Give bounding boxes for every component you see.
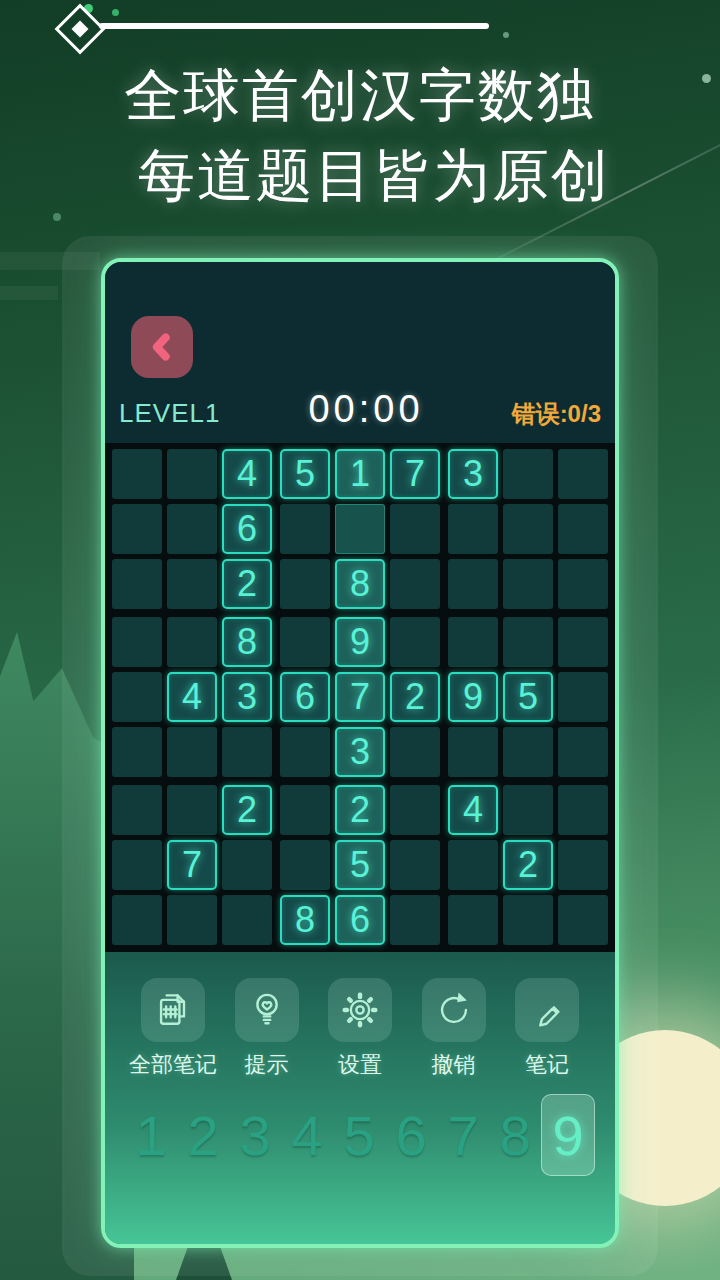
sudoku-grid: 46251783843967239527258642 [112, 449, 608, 945]
sudoku-cell-r6c2[interactable] [167, 727, 217, 777]
sudoku-cell-r7c8[interactable] [503, 785, 553, 835]
sudoku-cell-r3c4[interactable] [280, 559, 330, 609]
settings-label: 设置 [338, 1050, 382, 1080]
sudoku-cell-r3c6[interactable] [390, 559, 440, 609]
sudoku-cell-r6c7[interactable] [448, 727, 498, 777]
game-header: LEVEL1 00:00 错误:0/3 [105, 262, 615, 443]
sudoku-cell-r9c7[interactable] [448, 895, 498, 945]
sudoku-cell-r8c2[interactable]: 7 [167, 840, 217, 890]
sudoku-cell-r7c9[interactable] [558, 785, 608, 835]
keypad-digit-8[interactable]: 8 [489, 1095, 541, 1175]
toolbar: 全部笔记 提示 [105, 952, 615, 1080]
deco-dot [112, 9, 119, 16]
sudoku-cell-r7c7[interactable]: 4 [448, 785, 498, 835]
sudoku-cell-r8c9[interactable] [558, 840, 608, 890]
grid-zone: 46251783843967239527258642 [105, 443, 615, 952]
bg-band [0, 286, 58, 300]
sudoku-cell-r2c7[interactable] [448, 504, 498, 554]
keypad-digit-3[interactable]: 3 [229, 1095, 281, 1175]
sudoku-cell-r1c9[interactable] [558, 449, 608, 499]
sudoku-cell-r1c2[interactable] [167, 449, 217, 499]
sudoku-cell-r2c3[interactable]: 6 [222, 504, 272, 554]
sudoku-cell-r1c3[interactable]: 4 [222, 449, 272, 499]
gear-icon [338, 988, 382, 1032]
notes-grid-icon [151, 988, 195, 1032]
notes-label: 笔记 [525, 1050, 569, 1080]
sudoku-cell-r2c2[interactable] [167, 504, 217, 554]
sudoku-cell-r4c1[interactable] [112, 617, 162, 667]
deco-dot [503, 32, 509, 38]
sudoku-cell-r5c8[interactable]: 5 [503, 672, 553, 722]
sudoku-cell-r5c4[interactable]: 6 [280, 672, 330, 722]
sudoku-block: 96723 [280, 617, 440, 777]
sudoku-block: 462 [112, 449, 272, 609]
sudoku-cell-r6c5[interactable]: 3 [335, 727, 385, 777]
sudoku-cell-r5c7[interactable]: 9 [448, 672, 498, 722]
undo-label: 撤销 [432, 1050, 476, 1080]
keypad-digit-2[interactable]: 2 [177, 1095, 229, 1175]
sudoku-block: 95 [448, 617, 608, 777]
sudoku-cell-r1c1[interactable] [112, 449, 162, 499]
pencil-icon [525, 988, 569, 1032]
sudoku-cell-r9c5[interactable]: 6 [335, 895, 385, 945]
panel-footer: 全部笔记 提示 [105, 952, 615, 1246]
sudoku-cell-r3c3[interactable]: 2 [222, 559, 272, 609]
sudoku-cell-r6c4[interactable] [280, 727, 330, 777]
ornament-line [99, 23, 489, 29]
keypad-digit-7[interactable]: 7 [437, 1095, 489, 1175]
sudoku-block: 843 [112, 617, 272, 777]
all-notes-label: 全部笔记 [129, 1050, 217, 1080]
sudoku-cell-r8c5[interactable]: 5 [335, 840, 385, 890]
sudoku-cell-r3c8[interactable] [503, 559, 553, 609]
app-title-line1: 全球首创汉字数独 [0, 58, 720, 135]
sudoku-cell-r5c3[interactable]: 3 [222, 672, 272, 722]
sudoku-cell-r6c3[interactable] [222, 727, 272, 777]
settings-button[interactable]: 设置 [318, 978, 402, 1080]
level-label: LEVEL1 [119, 398, 220, 429]
sudoku-cell-r3c5[interactable]: 8 [335, 559, 385, 609]
bulb-icon [245, 988, 289, 1032]
sudoku-cell-r2c8[interactable] [503, 504, 553, 554]
game-panel: LEVEL1 00:00 错误:0/3 46251783843967239527… [101, 258, 619, 1248]
sudoku-cell-r6c9[interactable] [558, 727, 608, 777]
undo-arrow-icon [432, 988, 476, 1032]
hint-button[interactable]: 提示 [225, 978, 309, 1080]
sudoku-cell-r4c3[interactable]: 8 [222, 617, 272, 667]
sudoku-block: 42 [448, 785, 608, 945]
sudoku-cell-r6c6[interactable] [390, 727, 440, 777]
sudoku-cell-r7c5[interactable]: 2 [335, 785, 385, 835]
sudoku-cell-r2c5[interactable] [335, 504, 385, 554]
sudoku-cell-r9c4[interactable]: 8 [280, 895, 330, 945]
sudoku-cell-r3c9[interactable] [558, 559, 608, 609]
sudoku-cell-r5c9[interactable] [558, 672, 608, 722]
notes-button[interactable]: 笔记 [505, 978, 589, 1080]
sudoku-cell-r3c1[interactable] [112, 559, 162, 609]
sudoku-cell-r1c5[interactable]: 1 [335, 449, 385, 499]
sudoku-cell-r4c2[interactable] [167, 617, 217, 667]
sudoku-cell-r5c1[interactable] [112, 672, 162, 722]
sudoku-cell-r7c6[interactable] [390, 785, 440, 835]
sudoku-cell-r5c2[interactable]: 4 [167, 672, 217, 722]
keypad-digit-6[interactable]: 6 [385, 1095, 437, 1175]
app-screen: 全球首创汉字数独 每道题目皆为原创 LEVEL1 00:00 错误:0/3 46… [0, 0, 720, 1280]
sudoku-cell-r8c3[interactable] [222, 840, 272, 890]
sudoku-cell-r1c8[interactable] [503, 449, 553, 499]
sudoku-block: 27 [112, 785, 272, 945]
sudoku-cell-r6c8[interactable] [503, 727, 553, 777]
sudoku-cell-r2c4[interactable] [280, 504, 330, 554]
sudoku-cell-r9c2[interactable] [167, 895, 217, 945]
sudoku-cell-r2c1[interactable] [112, 504, 162, 554]
sudoku-cell-r3c2[interactable] [167, 559, 217, 609]
sudoku-cell-r7c2[interactable] [167, 785, 217, 835]
errors-counter: 错误:0/3 [512, 398, 601, 430]
sudoku-cell-r4c4[interactable] [280, 617, 330, 667]
sudoku-cell-r1c4[interactable]: 5 [280, 449, 330, 499]
sudoku-cell-r7c1[interactable] [112, 785, 162, 835]
sudoku-cell-r6c1[interactable] [112, 727, 162, 777]
sudoku-cell-r4c6[interactable] [390, 617, 440, 667]
chevron-left-icon [140, 325, 184, 369]
undo-button[interactable]: 撤销 [412, 978, 496, 1080]
app-title-line2: 每道题目皆为原创 [14, 138, 720, 215]
back-button[interactable] [131, 316, 193, 378]
sudoku-cell-r4c5[interactable]: 9 [335, 617, 385, 667]
sudoku-cell-r8c7[interactable] [448, 840, 498, 890]
sudoku-cell-r8c1[interactable] [112, 840, 162, 890]
sudoku-cell-r1c7[interactable]: 3 [448, 449, 498, 499]
sudoku-cell-r9c3[interactable] [222, 895, 272, 945]
sudoku-cell-r2c6[interactable] [390, 504, 440, 554]
keypad-digit-9[interactable]: 9 [541, 1094, 595, 1176]
sudoku-block: 3 [448, 449, 608, 609]
sudoku-cell-r4c8[interactable] [503, 617, 553, 667]
sudoku-cell-r5c6[interactable]: 2 [390, 672, 440, 722]
all-notes-button[interactable]: 全部笔记 [131, 978, 215, 1080]
keypad-digit-4[interactable]: 4 [281, 1095, 333, 1175]
sudoku-cell-r9c6[interactable] [390, 895, 440, 945]
number-keypad: 123456789 [105, 1080, 615, 1176]
sudoku-cell-r5c5[interactable]: 7 [335, 672, 385, 722]
hint-label: 提示 [245, 1050, 289, 1080]
keypad-digit-1[interactable]: 1 [125, 1095, 177, 1175]
sudoku-cell-r9c9[interactable] [558, 895, 608, 945]
timer: 00:00 [308, 388, 423, 431]
sudoku-cell-r2c9[interactable] [558, 504, 608, 554]
sudoku-cell-r8c8[interactable]: 2 [503, 840, 553, 890]
sudoku-cell-r9c8[interactable] [503, 895, 553, 945]
sudoku-cell-r4c7[interactable] [448, 617, 498, 667]
sudoku-cell-r4c9[interactable] [558, 617, 608, 667]
sudoku-cell-r1c6[interactable]: 7 [390, 449, 440, 499]
sudoku-block: 5178 [280, 449, 440, 609]
sudoku-cell-r8c6[interactable] [390, 840, 440, 890]
sudoku-cell-r7c4[interactable] [280, 785, 330, 835]
sudoku-cell-r8c4[interactable] [280, 840, 330, 890]
header-status-row: LEVEL1 00:00 错误:0/3 [105, 388, 615, 431]
sudoku-cell-r3c7[interactable] [448, 559, 498, 609]
sudoku-cell-r7c3[interactable]: 2 [222, 785, 272, 835]
keypad-digit-5[interactable]: 5 [333, 1095, 385, 1175]
sudoku-cell-r9c1[interactable] [112, 895, 162, 945]
sudoku-block: 2586 [280, 785, 440, 945]
